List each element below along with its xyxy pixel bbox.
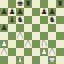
- square-h4[interactable]: [56, 32, 64, 40]
- black-rook[interactable]: ♜: [57, 0, 64, 8]
- square-g2[interactable]: ♟: [48, 48, 56, 56]
- square-g3[interactable]: [48, 40, 56, 48]
- black-pawn[interactable]: ♟: [9, 8, 16, 16]
- square-d1[interactable]: [24, 56, 32, 64]
- square-g7[interactable]: ♟: [48, 8, 56, 16]
- square-h7[interactable]: [56, 8, 64, 16]
- black-rook[interactable]: ♜: [25, 0, 32, 8]
- square-d7[interactable]: [24, 8, 32, 16]
- square-a6[interactable]: [0, 16, 8, 24]
- black-knight[interactable]: ♞: [17, 16, 24, 24]
- square-d3[interactable]: ♟: [24, 40, 32, 48]
- square-b4[interactable]: [8, 32, 16, 40]
- square-h1[interactable]: [56, 56, 64, 64]
- square-e1[interactable]: [32, 56, 40, 64]
- square-c5[interactable]: [16, 24, 24, 32]
- square-a4[interactable]: [0, 32, 8, 40]
- square-h5[interactable]: [56, 24, 64, 32]
- square-d8[interactable]: ♜: [24, 0, 32, 8]
- square-b3[interactable]: [8, 40, 16, 48]
- square-f8[interactable]: [40, 0, 48, 8]
- square-a8[interactable]: [0, 0, 8, 8]
- chess-board: ♚♜♜♟♟♟♟♟♝♞♞♟♟♟♟♞♟♟♟♝♚: [0, 0, 64, 64]
- square-c4[interactable]: ♟: [16, 32, 24, 40]
- black-pawn[interactable]: ♟: [41, 8, 48, 16]
- square-f6[interactable]: [40, 16, 48, 24]
- square-d5[interactable]: [24, 24, 32, 32]
- square-g8[interactable]: [48, 0, 56, 8]
- square-g1[interactable]: ♚: [48, 56, 56, 64]
- black-pawn[interactable]: ♟: [49, 8, 56, 16]
- square-f5[interactable]: [40, 24, 48, 32]
- white-pawn[interactable]: ♟: [17, 32, 24, 40]
- square-e6[interactable]: [32, 16, 40, 24]
- white-pawn[interactable]: ♟: [49, 48, 56, 56]
- square-e2[interactable]: [32, 48, 40, 56]
- white-pawn[interactable]: ♟: [1, 40, 8, 48]
- square-h8[interactable]: ♜: [56, 0, 64, 8]
- square-e8[interactable]: [32, 0, 40, 8]
- square-d2[interactable]: [24, 48, 32, 56]
- black-pawn[interactable]: ♟: [17, 8, 24, 16]
- black-knight[interactable]: ♞: [49, 16, 56, 24]
- white-pawn[interactable]: ♟: [1, 48, 8, 56]
- square-b7[interactable]: ♟: [8, 8, 16, 16]
- square-g5[interactable]: [48, 24, 56, 32]
- square-c7[interactable]: ♟: [16, 8, 24, 16]
- white-bishop[interactable]: ♝: [17, 56, 24, 64]
- square-a7[interactable]: ♟: [0, 8, 8, 16]
- square-c1[interactable]: ♝: [16, 56, 24, 64]
- square-f4[interactable]: [40, 32, 48, 40]
- square-h3[interactable]: [56, 40, 64, 48]
- square-d4[interactable]: [24, 32, 32, 40]
- square-b8[interactable]: [8, 0, 16, 8]
- square-e7[interactable]: [32, 8, 40, 16]
- square-a1[interactable]: [0, 56, 8, 64]
- square-f7[interactable]: ♟: [40, 8, 48, 16]
- black-king[interactable]: ♚: [17, 0, 24, 8]
- square-h6[interactable]: [56, 16, 64, 24]
- square-c6[interactable]: ♞: [16, 16, 24, 24]
- white-pawn[interactable]: ♟: [41, 48, 48, 56]
- white-pawn[interactable]: ♟: [25, 40, 32, 48]
- black-pawn[interactable]: ♟: [1, 24, 8, 32]
- square-b5[interactable]: [8, 24, 16, 32]
- square-e4[interactable]: [32, 32, 40, 40]
- square-a5[interactable]: ♟: [0, 24, 8, 32]
- square-e5[interactable]: [32, 24, 40, 32]
- square-b2[interactable]: [8, 48, 16, 56]
- square-e3[interactable]: [32, 40, 40, 48]
- square-c3[interactable]: [16, 40, 24, 48]
- white-knight[interactable]: ♞: [41, 40, 48, 48]
- square-g4[interactable]: [48, 32, 56, 40]
- square-c2[interactable]: [16, 48, 24, 56]
- square-a3[interactable]: ♟: [0, 40, 8, 48]
- square-g6[interactable]: ♞: [48, 16, 56, 24]
- square-d6[interactable]: [24, 16, 32, 24]
- square-b6[interactable]: ♝: [8, 16, 16, 24]
- square-f2[interactable]: ♟: [40, 48, 48, 56]
- square-f3[interactable]: ♞: [40, 40, 48, 48]
- square-a2[interactable]: ♟: [0, 48, 8, 56]
- white-king[interactable]: ♚: [49, 56, 56, 64]
- black-pawn[interactable]: ♟: [1, 8, 8, 16]
- black-bishop[interactable]: ♝: [9, 16, 16, 24]
- square-h2[interactable]: [56, 48, 64, 56]
- square-c8[interactable]: ♚: [16, 0, 24, 8]
- square-b1[interactable]: [8, 56, 16, 64]
- square-f1[interactable]: [40, 56, 48, 64]
